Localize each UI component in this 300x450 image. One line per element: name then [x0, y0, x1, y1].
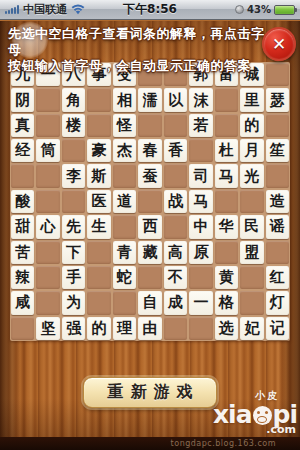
grid-cell-block	[240, 291, 263, 314]
grid-cell-char[interactable]: 蛇	[113, 266, 136, 289]
grid-cell-char[interactable]: 阴	[11, 88, 34, 111]
grid-cell-char[interactable]: 格	[215, 291, 238, 314]
grid-cell-block	[11, 317, 34, 340]
grid-cell-block	[62, 190, 85, 213]
grid-cell-block	[36, 190, 59, 213]
grid-cell-block	[138, 266, 161, 289]
grid-cell-block	[87, 114, 110, 137]
grid-cell-char[interactable]: 一	[189, 291, 212, 314]
grid-cell-char[interactable]: 咸	[11, 291, 34, 314]
grid-cell-char[interactable]: 沫	[189, 88, 212, 111]
grid-cell-block	[189, 317, 212, 340]
grid-cell-block	[87, 88, 110, 111]
grid-cell-char[interactable]: 西	[138, 215, 161, 238]
grid-cell-block	[87, 266, 110, 289]
grid-cell-char[interactable]: 辣	[11, 266, 34, 289]
grid-cell-block	[240, 190, 263, 213]
grid-cell-char[interactable]: 若	[189, 114, 212, 137]
grid-cell-char[interactable]: 香	[164, 139, 187, 162]
grid-cell-char[interactable]: 为	[62, 291, 85, 314]
grid-cell-char[interactable]: 红	[266, 266, 289, 289]
grid-cell-char[interactable]: 自	[138, 291, 161, 314]
grid-cell-char[interactable]: 甜	[11, 215, 34, 238]
grid-cell-char[interactable]: 藏	[138, 241, 161, 264]
restart-game-label: 重新游戏	[108, 382, 200, 403]
grid-cell-char[interactable]: 濡	[138, 88, 161, 111]
status-bar: 中国联通 下午8:56 43%	[0, 0, 300, 20]
grid-cell-char[interactable]: 妃	[240, 317, 263, 340]
touch-highlight-circle	[12, 22, 48, 58]
grid-cell-char[interactable]: 战	[164, 190, 187, 213]
grid-cell-block	[113, 291, 136, 314]
grid-cell-char[interactable]: 以	[164, 88, 187, 111]
grid-cell-char[interactable]: 坚	[36, 317, 59, 340]
grid-cell-char[interactable]: 月	[240, 139, 263, 162]
status-bar-right: 43%	[235, 4, 295, 15]
grid-cell-char[interactable]: 豪	[87, 139, 110, 162]
grid-cell-block	[215, 241, 238, 264]
grid-cell-char[interactable]: 角	[62, 88, 85, 111]
instructions-line2: 按钮输入首字母，会自动显示正确的答案	[8, 58, 270, 74]
grid-cell-block	[138, 114, 161, 137]
close-icon: ✕	[272, 34, 286, 54]
grid-cell-char[interactable]: 下	[62, 241, 85, 264]
grid-cell-block	[87, 241, 110, 264]
grid-cell-block	[266, 164, 289, 187]
grid-cell-char[interactable]: 道	[113, 190, 136, 213]
grid-cell-char[interactable]: 马	[215, 164, 238, 187]
grid-cell-char[interactable]: 筒	[36, 139, 59, 162]
grid-cell-char[interactable]: 谣	[266, 215, 289, 238]
grid-cell-block	[138, 190, 161, 213]
grid-cell-char[interactable]: 黄	[215, 266, 238, 289]
grid-cell-char[interactable]: 华	[215, 215, 238, 238]
grid-cell-char[interactable]: 的	[87, 317, 110, 340]
grid-cell-char[interactable]: 生	[87, 215, 110, 238]
grid-cell-char[interactable]: 心	[36, 215, 59, 238]
grid-cell-block	[215, 190, 238, 213]
grid-cell-char[interactable]: 民	[240, 215, 263, 238]
close-button[interactable]: ✕	[262, 27, 296, 61]
grid-cell-block	[266, 114, 289, 137]
battery-percent-label: 43%	[247, 4, 271, 15]
grid-cell-block	[36, 266, 59, 289]
footer-url-label: tongdapc.blog.163.com	[171, 439, 276, 448]
xiaopi-pig-icon	[253, 406, 272, 425]
grid-cell-block	[266, 241, 289, 264]
grid-cell-char[interactable]: 的	[240, 114, 263, 137]
phone-screen: 中国联通 下午8:56 43% 先选中空白格子查看词条的解释，再点击字母 按钮输…	[0, 0, 300, 450]
battery-icon	[274, 5, 295, 15]
grid-cell-block	[164, 164, 187, 187]
grid-cell-char[interactable]: 经	[11, 139, 34, 162]
instructions-text: 先选中空白格子查看词条的解释，再点击字母 按钮输入首字母，会自动显示正确的答案	[8, 26, 270, 74]
grid-cell-char[interactable]: 杰	[113, 139, 136, 162]
grid-cell-char[interactable]: 手	[62, 266, 85, 289]
grid-cell-block	[62, 139, 85, 162]
grid-cell-char[interactable]: 斯	[87, 164, 110, 187]
grid-cell-char[interactable]: 原	[189, 241, 212, 264]
grid-cell-block	[36, 164, 59, 187]
grid-cell-char[interactable]: 中	[189, 215, 212, 238]
grid-cell-block	[164, 215, 187, 238]
grid-cell-char[interactable]: 造	[266, 190, 289, 213]
grid-cell-char[interactable]: 不	[164, 266, 187, 289]
grid-cell-char[interactable]: 里	[240, 88, 263, 111]
grid-cell-char[interactable]: 灯	[266, 291, 289, 314]
grid-cell-block	[113, 164, 136, 187]
grid-cell-char[interactable]: 青	[113, 241, 136, 264]
grid-cell-block	[215, 114, 238, 137]
grid-cell-char[interactable]: 笙	[266, 139, 289, 162]
grid-cell-block	[113, 215, 136, 238]
grid-cell-block	[36, 114, 59, 137]
grid-cell-char[interactable]: 记	[266, 317, 289, 340]
grid-cell-char[interactable]: 先	[62, 215, 85, 238]
grid-cell-char[interactable]: 春	[138, 139, 161, 162]
wood-background: 先选中空白格子查看词条的解释，再点击字母 按钮输入首字母，会自动显示正确的答案 …	[0, 21, 300, 450]
grid-cell-char[interactable]: 高	[164, 241, 187, 264]
crossword-grid: 九一八事变郭富城阴角相濡以沫里瑟真楼怪若的经筒豪杰春香杜月笙李斯蚕司马光酸医道战…	[10, 62, 290, 341]
grid-cell-block	[189, 266, 212, 289]
grid-cell-char[interactable]: 盟	[240, 241, 263, 264]
grid-cell-char[interactable]: 光	[240, 164, 263, 187]
grid-cell-char[interactable]: 真	[11, 114, 34, 137]
grid-cell-char[interactable]: 蚕	[138, 164, 161, 187]
grid-cell-char[interactable]: 楼	[62, 114, 85, 137]
grid-cell-char[interactable]: 怪	[113, 114, 136, 137]
grid-cell-char[interactable]: 瑟	[266, 88, 289, 111]
grid-cell-block	[215, 88, 238, 111]
grid-cell-block	[36, 291, 59, 314]
grid-cell-char[interactable]: 酸	[11, 190, 34, 213]
grid-cell-char[interactable]: 强	[62, 317, 85, 340]
grid-cell-block	[189, 139, 212, 162]
grid-cell-char[interactable]: 苦	[11, 241, 34, 264]
footer-url-bar: tongdapc.blog.163.com	[0, 437, 300, 450]
grid-cell-block	[164, 114, 187, 137]
xiaopi-watermark: 小皮 xia pi .com	[213, 389, 297, 436]
grid-cell-char[interactable]: 成	[164, 291, 187, 314]
grid-cell-char[interactable]: 李	[62, 164, 85, 187]
grid-cell-block	[36, 241, 59, 264]
grid-cell-block	[87, 291, 110, 314]
grid-cell-char[interactable]: 司	[189, 164, 212, 187]
grid-cell-block	[36, 88, 59, 111]
grid-cell-char[interactable]: 杜	[215, 139, 238, 162]
grid-cell-char[interactable]: 医	[87, 190, 110, 213]
grid-cell-block	[11, 164, 34, 187]
grid-cell-char[interactable]: 相	[113, 88, 136, 111]
grid-cell-block	[240, 266, 263, 289]
grid-cell-char[interactable]: 马	[189, 190, 212, 213]
rotation-lock-icon	[235, 5, 244, 14]
restart-game-button[interactable]: 重新游戏	[83, 377, 217, 408]
grid-cell-char[interactable]: 由	[138, 317, 161, 340]
xiaopi-logo-left: xia	[213, 403, 252, 427]
grid-cell-char[interactable]: 理	[113, 317, 136, 340]
grid-cell-char[interactable]: 选	[215, 317, 238, 340]
grid-cell-block	[164, 317, 187, 340]
